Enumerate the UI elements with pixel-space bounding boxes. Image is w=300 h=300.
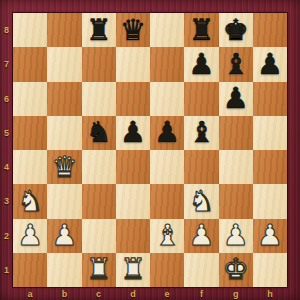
square-c5[interactable]: ♞ — [82, 116, 116, 150]
square-d5[interactable]: ♟ — [116, 116, 150, 150]
square-h7[interactable]: ♟ — [253, 47, 287, 81]
square-g8[interactable]: ♚ — [219, 13, 253, 47]
square-a5[interactable] — [13, 116, 47, 150]
piece-white-pawn[interactable]: ♟ — [47, 219, 81, 253]
square-e1[interactable] — [150, 253, 184, 287]
square-a7[interactable] — [13, 47, 47, 81]
square-g6[interactable]: ♟ — [219, 82, 253, 116]
file-label-a: a — [13, 287, 47, 300]
square-e6[interactable] — [150, 82, 184, 116]
square-c4[interactable] — [82, 150, 116, 184]
file-label-e: e — [150, 287, 184, 300]
rank-label-4: 4 — [0, 150, 13, 184]
piece-black-rook[interactable]: ♜ — [82, 13, 116, 47]
square-h3[interactable] — [253, 184, 287, 218]
square-d8[interactable]: ♛ — [116, 13, 150, 47]
piece-black-king[interactable]: ♚ — [219, 13, 253, 47]
rank-label-3: 3 — [0, 184, 13, 218]
square-g1[interactable]: ♚ — [219, 253, 253, 287]
square-f7[interactable]: ♟ — [184, 47, 218, 81]
square-d6[interactable] — [116, 82, 150, 116]
square-c6[interactable] — [82, 82, 116, 116]
square-f1[interactable] — [184, 253, 218, 287]
piece-black-queen[interactable]: ♛ — [116, 13, 150, 47]
square-b1[interactable] — [47, 253, 81, 287]
square-g4[interactable] — [219, 150, 253, 184]
piece-white-queen[interactable]: ♛ — [47, 150, 81, 184]
piece-black-pawn[interactable]: ♟ — [150, 116, 184, 150]
square-c7[interactable] — [82, 47, 116, 81]
square-e5[interactable]: ♟ — [150, 116, 184, 150]
piece-white-knight[interactable]: ♞ — [13, 184, 47, 218]
file-labels: abcdefgh — [13, 287, 287, 300]
square-g2[interactable]: ♟ — [219, 219, 253, 253]
square-b8[interactable] — [47, 13, 81, 47]
square-e8[interactable] — [150, 13, 184, 47]
piece-white-bishop[interactable]: ♝ — [150, 219, 184, 253]
square-b2[interactable]: ♟ — [47, 219, 81, 253]
piece-black-knight[interactable]: ♞ — [82, 116, 116, 150]
rank-label-5: 5 — [0, 116, 13, 150]
square-a3[interactable]: ♞ — [13, 184, 47, 218]
square-b3[interactable] — [47, 184, 81, 218]
piece-white-pawn[interactable]: ♟ — [219, 219, 253, 253]
square-g5[interactable] — [219, 116, 253, 150]
chess-board: ♜♛♜♚♟♝♟♟♞♟♟♝♛♞♞♟♟♝♟♟♟♜♜♚ — [13, 13, 287, 287]
square-h8[interactable] — [253, 13, 287, 47]
piece-white-king[interactable]: ♚ — [219, 253, 253, 287]
square-a2[interactable]: ♟ — [13, 219, 47, 253]
square-c2[interactable] — [82, 219, 116, 253]
piece-white-rook[interactable]: ♜ — [116, 253, 150, 287]
square-c8[interactable]: ♜ — [82, 13, 116, 47]
square-f2[interactable]: ♟ — [184, 219, 218, 253]
square-b7[interactable] — [47, 47, 81, 81]
rank-labels: 87654321 — [0, 13, 13, 287]
piece-white-pawn[interactable]: ♟ — [13, 219, 47, 253]
square-a8[interactable] — [13, 13, 47, 47]
piece-black-pawn[interactable]: ♟ — [219, 82, 253, 116]
square-h1[interactable] — [253, 253, 287, 287]
square-f8[interactable]: ♜ — [184, 13, 218, 47]
file-label-f: f — [184, 287, 218, 300]
square-e7[interactable] — [150, 47, 184, 81]
file-label-d: d — [116, 287, 150, 300]
square-g3[interactable] — [219, 184, 253, 218]
square-g7[interactable]: ♝ — [219, 47, 253, 81]
square-a4[interactable] — [13, 150, 47, 184]
square-h4[interactable] — [253, 150, 287, 184]
square-c1[interactable]: ♜ — [82, 253, 116, 287]
rank-label-7: 7 — [0, 47, 13, 81]
file-label-b: b — [47, 287, 81, 300]
square-d3[interactable] — [116, 184, 150, 218]
file-label-h: h — [253, 287, 287, 300]
square-h2[interactable]: ♟ — [253, 219, 287, 253]
square-f6[interactable] — [184, 82, 218, 116]
square-e2[interactable]: ♝ — [150, 219, 184, 253]
square-d4[interactable] — [116, 150, 150, 184]
piece-black-rook[interactable]: ♜ — [184, 13, 218, 47]
piece-white-knight[interactable]: ♞ — [184, 184, 218, 218]
square-b4[interactable]: ♛ — [47, 150, 81, 184]
piece-white-rook[interactable]: ♜ — [82, 253, 116, 287]
piece-black-pawn[interactable]: ♟ — [253, 47, 287, 81]
rank-label-2: 2 — [0, 219, 13, 253]
square-c3[interactable] — [82, 184, 116, 218]
piece-white-pawn[interactable]: ♟ — [184, 219, 218, 253]
square-d2[interactable] — [116, 219, 150, 253]
square-a6[interactable] — [13, 82, 47, 116]
piece-black-pawn[interactable]: ♟ — [116, 116, 150, 150]
square-d1[interactable]: ♜ — [116, 253, 150, 287]
square-b5[interactable] — [47, 116, 81, 150]
square-e4[interactable] — [150, 150, 184, 184]
square-d7[interactable] — [116, 47, 150, 81]
rank-label-6: 6 — [0, 82, 13, 116]
file-label-g: g — [219, 287, 253, 300]
square-f3[interactable]: ♞ — [184, 184, 218, 218]
rank-label-1: 1 — [0, 253, 13, 287]
square-f5[interactable]: ♝ — [184, 116, 218, 150]
square-b6[interactable] — [47, 82, 81, 116]
piece-black-bishop[interactable]: ♝ — [219, 47, 253, 81]
square-e3[interactable] — [150, 184, 184, 218]
file-label-c: c — [82, 287, 116, 300]
square-f4[interactable] — [184, 150, 218, 184]
square-a1[interactable] — [13, 253, 47, 287]
piece-black-pawn[interactable]: ♟ — [184, 47, 218, 81]
piece-black-bishop[interactable]: ♝ — [184, 116, 218, 150]
chess-board-frame: 87654321 abcdefgh ♜♛♜♚♟♝♟♟♞♟♟♝♛♞♞♟♟♝♟♟♟♜… — [0, 0, 300, 300]
square-h6[interactable] — [253, 82, 287, 116]
rank-label-8: 8 — [0, 13, 13, 47]
square-h5[interactable] — [253, 116, 287, 150]
piece-white-pawn[interactable]: ♟ — [253, 219, 287, 253]
